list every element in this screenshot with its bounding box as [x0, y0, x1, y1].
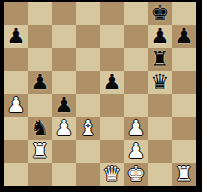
piece-black-pawn: ♟: [103, 71, 122, 94]
piece-white-pawn: ♟: [127, 117, 146, 140]
piece-black-king: ♚: [151, 2, 170, 25]
square-f8[interactable]: [124, 2, 148, 25]
square-e7[interactable]: [100, 25, 124, 48]
square-d5[interactable]: [76, 71, 100, 94]
square-f4[interactable]: [124, 94, 148, 117]
piece-white-pawn: ♟: [127, 140, 146, 163]
piece-black-pawn: ♟: [151, 25, 170, 48]
square-d1[interactable]: [76, 163, 100, 186]
square-h8[interactable]: [172, 2, 196, 25]
square-f5[interactable]: [124, 71, 148, 94]
piece-white-king: ♚: [127, 163, 146, 186]
page: ♚♟♟♟♜♟♟♛♟♟♞♟♝♟♜♟♛♚♜: [0, 0, 207, 192]
square-c1[interactable]: [52, 163, 76, 186]
square-a7[interactable]: ♟: [4, 25, 28, 48]
piece-black-pawn: ♟: [55, 94, 74, 117]
square-d4[interactable]: [76, 94, 100, 117]
square-g8[interactable]: ♚: [148, 2, 172, 25]
piece-white-queen: ♛: [103, 163, 122, 186]
square-f7[interactable]: [124, 25, 148, 48]
square-a3[interactable]: [4, 117, 28, 140]
square-g4[interactable]: [148, 94, 172, 117]
piece-white-pawn: ♟: [55, 117, 74, 140]
piece-black-pawn: ♟: [31, 71, 50, 94]
square-d3[interactable]: ♝: [76, 117, 100, 140]
square-g7[interactable]: ♟: [148, 25, 172, 48]
square-e5[interactable]: ♟: [100, 71, 124, 94]
square-e8[interactable]: [100, 2, 124, 25]
square-g5[interactable]: ♛: [148, 71, 172, 94]
square-a4[interactable]: ♟: [4, 94, 28, 117]
piece-white-pawn: ♟: [7, 94, 26, 117]
square-f1[interactable]: ♚: [124, 163, 148, 186]
square-d8[interactable]: [76, 2, 100, 25]
square-g2[interactable]: [148, 140, 172, 163]
square-h2[interactable]: [172, 140, 196, 163]
square-b6[interactable]: [28, 48, 52, 71]
piece-black-queen: ♛: [151, 71, 170, 94]
square-a1[interactable]: [4, 163, 28, 186]
square-h7[interactable]: ♟: [172, 25, 196, 48]
square-c8[interactable]: [52, 2, 76, 25]
piece-white-rook: ♜: [31, 140, 50, 163]
square-a8[interactable]: [4, 2, 28, 25]
piece-white-rook: ♜: [175, 163, 194, 186]
square-d7[interactable]: [76, 25, 100, 48]
square-c3[interactable]: ♟: [52, 117, 76, 140]
square-f2[interactable]: ♟: [124, 140, 148, 163]
piece-black-knight: ♞: [31, 117, 50, 140]
piece-black-rook: ♜: [151, 48, 170, 71]
square-h3[interactable]: [172, 117, 196, 140]
square-d6[interactable]: [76, 48, 100, 71]
chess-board: ♚♟♟♟♜♟♟♛♟♟♞♟♝♟♜♟♛♚♜: [4, 2, 196, 186]
square-b4[interactable]: [28, 94, 52, 117]
square-g6[interactable]: ♜: [148, 48, 172, 71]
piece-black-pawn: ♟: [7, 25, 26, 48]
board-frame: ♚♟♟♟♜♟♟♛♟♟♞♟♝♟♜♟♛♚♜: [0, 0, 202, 192]
square-e3[interactable]: [100, 117, 124, 140]
square-e6[interactable]: [100, 48, 124, 71]
square-b7[interactable]: [28, 25, 52, 48]
piece-white-bishop: ♝: [79, 117, 98, 140]
square-h1[interactable]: ♜: [172, 163, 196, 186]
square-b2[interactable]: ♜: [28, 140, 52, 163]
square-h6[interactable]: [172, 48, 196, 71]
square-h4[interactable]: [172, 94, 196, 117]
square-e2[interactable]: [100, 140, 124, 163]
square-c2[interactable]: [52, 140, 76, 163]
square-d2[interactable]: [76, 140, 100, 163]
square-b1[interactable]: [28, 163, 52, 186]
square-e1[interactable]: ♛: [100, 163, 124, 186]
square-c6[interactable]: [52, 48, 76, 71]
square-a6[interactable]: [4, 48, 28, 71]
square-g1[interactable]: [148, 163, 172, 186]
piece-black-pawn: ♟: [175, 25, 194, 48]
square-b3[interactable]: ♞: [28, 117, 52, 140]
square-a5[interactable]: [4, 71, 28, 94]
square-e4[interactable]: [100, 94, 124, 117]
square-a2[interactable]: [4, 140, 28, 163]
square-b8[interactable]: [28, 2, 52, 25]
square-c5[interactable]: [52, 71, 76, 94]
square-c4[interactable]: ♟: [52, 94, 76, 117]
square-f3[interactable]: ♟: [124, 117, 148, 140]
square-f6[interactable]: [124, 48, 148, 71]
square-g3[interactable]: [148, 117, 172, 140]
square-h5[interactable]: [172, 71, 196, 94]
square-c7[interactable]: [52, 25, 76, 48]
square-b5[interactable]: ♟: [28, 71, 52, 94]
